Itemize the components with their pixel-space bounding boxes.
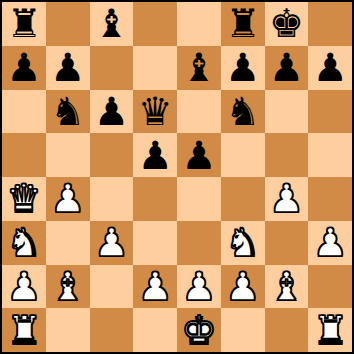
white-pawn-icon[interactable]: ♟	[6, 267, 41, 306]
black-pawn-icon[interactable]: ♟	[138, 136, 173, 175]
square-h2[interactable]	[308, 265, 352, 309]
square-c5[interactable]	[90, 133, 134, 177]
black-rook-icon[interactable]: ♜	[225, 4, 260, 43]
square-e6[interactable]	[177, 90, 221, 134]
square-b5[interactable]	[46, 133, 90, 177]
square-g8[interactable]: ♚	[265, 2, 309, 46]
white-pawn-icon[interactable]: ♟	[181, 267, 216, 306]
square-g1[interactable]	[265, 308, 309, 352]
square-b4[interactable]: ♟	[46, 177, 90, 221]
square-h3[interactable]: ♟	[308, 221, 352, 265]
square-h6[interactable]	[308, 90, 352, 134]
square-f3[interactable]: ♞	[221, 221, 265, 265]
black-knight-icon[interactable]: ♞	[225, 92, 260, 131]
square-a1[interactable]: ♜	[2, 308, 46, 352]
square-a6[interactable]	[2, 90, 46, 134]
square-d3[interactable]	[133, 221, 177, 265]
black-pawn-icon[interactable]: ♟	[50, 48, 85, 87]
square-d7[interactable]	[133, 46, 177, 90]
square-d8[interactable]	[133, 2, 177, 46]
square-c3[interactable]: ♟	[90, 221, 134, 265]
square-b6[interactable]: ♞	[46, 90, 90, 134]
black-pawn-icon[interactable]: ♟	[313, 48, 348, 87]
black-knight-icon[interactable]: ♞	[50, 92, 85, 131]
square-h4[interactable]	[308, 177, 352, 221]
black-pawn-icon[interactable]: ♟	[181, 136, 216, 175]
square-g3[interactable]	[265, 221, 309, 265]
square-e2[interactable]: ♟	[177, 265, 221, 309]
square-e1[interactable]: ♚	[177, 308, 221, 352]
black-king-icon[interactable]: ♚	[269, 4, 304, 43]
chess-board-frame: ♜♝♜♚♟♟♝♟♟♟♞♟♛♞♟♟♛♟♟♞♟♞♟♟♝♟♟♟♝♜♚♜	[0, 0, 354, 354]
square-c6[interactable]: ♟	[90, 90, 134, 134]
white-pawn-icon[interactable]: ♟	[269, 179, 304, 218]
square-f1[interactable]	[221, 308, 265, 352]
square-g2[interactable]: ♝	[265, 265, 309, 309]
square-c1[interactable]	[90, 308, 134, 352]
square-e8[interactable]	[177, 2, 221, 46]
square-e5[interactable]: ♟	[177, 133, 221, 177]
square-a7[interactable]: ♟	[2, 46, 46, 90]
square-d4[interactable]	[133, 177, 177, 221]
black-queen-icon[interactable]: ♛	[138, 92, 173, 131]
square-g6[interactable]	[265, 90, 309, 134]
square-a5[interactable]	[2, 133, 46, 177]
square-b7[interactable]: ♟	[46, 46, 90, 90]
square-f2[interactable]: ♟	[221, 265, 265, 309]
square-g4[interactable]: ♟	[265, 177, 309, 221]
white-pawn-icon[interactable]: ♟	[50, 179, 85, 218]
square-h8[interactable]	[308, 2, 352, 46]
square-a2[interactable]: ♟	[2, 265, 46, 309]
square-f5[interactable]	[221, 133, 265, 177]
square-b3[interactable]	[46, 221, 90, 265]
square-b8[interactable]	[46, 2, 90, 46]
square-a3[interactable]: ♞	[2, 221, 46, 265]
square-d6[interactable]: ♛	[133, 90, 177, 134]
square-f7[interactable]: ♟	[221, 46, 265, 90]
white-queen-icon[interactable]: ♛	[6, 179, 41, 218]
square-a8[interactable]: ♜	[2, 2, 46, 46]
square-e7[interactable]: ♝	[177, 46, 221, 90]
white-bishop-icon[interactable]: ♝	[269, 267, 304, 306]
square-g7[interactable]: ♟	[265, 46, 309, 90]
black-pawn-icon[interactable]: ♟	[6, 48, 41, 87]
black-bishop-icon[interactable]: ♝	[94, 4, 129, 43]
white-pawn-icon[interactable]: ♟	[94, 223, 129, 262]
black-pawn-icon[interactable]: ♟	[269, 48, 304, 87]
square-f6[interactable]: ♞	[221, 90, 265, 134]
black-pawn-icon[interactable]: ♟	[94, 92, 129, 131]
square-h1[interactable]: ♜	[308, 308, 352, 352]
white-pawn-icon[interactable]: ♟	[225, 267, 260, 306]
square-c2[interactable]	[90, 265, 134, 309]
square-d2[interactable]: ♟	[133, 265, 177, 309]
square-c4[interactable]	[90, 177, 134, 221]
square-f4[interactable]	[221, 177, 265, 221]
white-pawn-icon[interactable]: ♟	[138, 267, 173, 306]
white-king-icon[interactable]: ♚	[181, 311, 216, 350]
square-f8[interactable]: ♜	[221, 2, 265, 46]
white-pawn-icon[interactable]: ♟	[313, 223, 348, 262]
square-h7[interactable]: ♟	[308, 46, 352, 90]
white-knight-icon[interactable]: ♞	[225, 223, 260, 262]
square-g5[interactable]	[265, 133, 309, 177]
square-c8[interactable]: ♝	[90, 2, 134, 46]
square-d5[interactable]: ♟	[133, 133, 177, 177]
black-rook-icon[interactable]: ♜	[6, 4, 41, 43]
black-pawn-icon[interactable]: ♟	[225, 48, 260, 87]
white-bishop-icon[interactable]: ♝	[50, 267, 85, 306]
white-knight-icon[interactable]: ♞	[6, 223, 41, 262]
square-e4[interactable]	[177, 177, 221, 221]
square-e3[interactable]	[177, 221, 221, 265]
white-rook-icon[interactable]: ♜	[6, 311, 41, 350]
square-b1[interactable]	[46, 308, 90, 352]
square-d1[interactable]	[133, 308, 177, 352]
chess-board: ♜♝♜♚♟♟♝♟♟♟♞♟♛♞♟♟♛♟♟♞♟♞♟♟♝♟♟♟♝♜♚♜	[2, 2, 352, 352]
square-a4[interactable]: ♛	[2, 177, 46, 221]
square-b2[interactable]: ♝	[46, 265, 90, 309]
black-bishop-icon[interactable]: ♝	[181, 48, 216, 87]
square-c7[interactable]	[90, 46, 134, 90]
white-rook-icon[interactable]: ♜	[313, 311, 348, 350]
square-h5[interactable]	[308, 133, 352, 177]
